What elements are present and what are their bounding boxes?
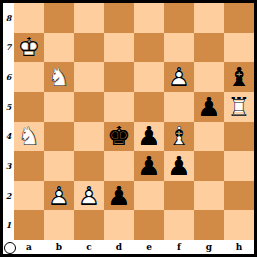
black-pawn[interactable]: ♟♙: [134, 122, 164, 152]
square-f7[interactable]: [164, 33, 194, 63]
square-d7[interactable]: [104, 33, 134, 63]
square-a2[interactable]: [14, 181, 44, 211]
rank-label-5: 5: [3, 92, 14, 122]
rank-labels: 87654321: [3, 3, 14, 240]
square-f2[interactable]: [164, 181, 194, 211]
square-h4[interactable]: [224, 122, 254, 152]
square-b7[interactable]: [44, 33, 74, 63]
square-a7[interactable]: ♚♔: [14, 33, 44, 63]
square-e2[interactable]: [134, 181, 164, 211]
square-d2[interactable]: ♟♙: [104, 181, 134, 211]
black-pawn[interactable]: ♟♙: [104, 181, 134, 211]
file-label-a: a: [14, 240, 44, 254]
square-g1[interactable]: [194, 210, 224, 240]
square-f1[interactable]: [164, 210, 194, 240]
square-c7[interactable]: [74, 33, 104, 63]
white-rook[interactable]: ♜♖: [224, 92, 254, 122]
file-label-c: c: [74, 240, 104, 254]
square-b8[interactable]: [44, 3, 74, 33]
black-king[interactable]: ♚♔: [104, 122, 134, 152]
white-king[interactable]: ♚♔: [14, 33, 44, 63]
square-d4[interactable]: ♚♔: [104, 122, 134, 152]
square-b1[interactable]: [44, 210, 74, 240]
square-h1[interactable]: [224, 210, 254, 240]
square-b6[interactable]: ♞♘: [44, 62, 74, 92]
square-g8[interactable]: [194, 3, 224, 33]
white-pawn[interactable]: ♟♙: [74, 181, 104, 211]
rank-label-7: 7: [3, 33, 14, 63]
square-h5[interactable]: ♜♖: [224, 92, 254, 122]
rank-label-3: 3: [3, 151, 14, 181]
square-c3[interactable]: [74, 151, 104, 181]
square-h6[interactable]: ♝♗: [224, 62, 254, 92]
black-pawn[interactable]: ♟♙: [164, 151, 194, 181]
black-pawn[interactable]: ♟♙: [194, 92, 224, 122]
square-c1[interactable]: [74, 210, 104, 240]
white-pawn[interactable]: ♟♙: [44, 181, 74, 211]
square-e4[interactable]: ♟♙: [134, 122, 164, 152]
square-c6[interactable]: [74, 62, 104, 92]
square-b2[interactable]: ♟♙: [44, 181, 74, 211]
square-b3[interactable]: [44, 151, 74, 181]
square-f8[interactable]: [164, 3, 194, 33]
square-f6[interactable]: ♟♙: [164, 62, 194, 92]
board: ♚♔♞♘♟♙♝♗♟♙♜♖♞♘♚♔♟♙♝♗♟♙♟♙♟♙♟♙♟♙: [14, 3, 254, 240]
chess-diagram-frame: 87654321 ♚♔♞♘♟♙♝♗♟♙♜♖♞♘♚♔♟♙♝♗♟♙♟♙♟♙♟♙♟♙ …: [0, 0, 257, 257]
white-knight[interactable]: ♞♘: [44, 62, 74, 92]
rank-label-4: 4: [3, 122, 14, 152]
square-h7[interactable]: [224, 33, 254, 63]
square-c2[interactable]: ♟♙: [74, 181, 104, 211]
file-label-g: g: [194, 240, 224, 254]
rank-label-8: 8: [3, 3, 14, 33]
square-f4[interactable]: ♝♗: [164, 122, 194, 152]
square-a3[interactable]: [14, 151, 44, 181]
square-f3[interactable]: ♟♙: [164, 151, 194, 181]
white-to-move-indicator-icon: [4, 242, 16, 254]
square-a1[interactable]: [14, 210, 44, 240]
square-g2[interactable]: [194, 181, 224, 211]
square-e3[interactable]: ♟♙: [134, 151, 164, 181]
square-g6[interactable]: [194, 62, 224, 92]
square-e8[interactable]: [134, 3, 164, 33]
file-label-b: b: [44, 240, 74, 254]
file-label-h: h: [224, 240, 254, 254]
square-a6[interactable]: [14, 62, 44, 92]
square-e7[interactable]: [134, 33, 164, 63]
square-e6[interactable]: [134, 62, 164, 92]
square-f5[interactable]: [164, 92, 194, 122]
file-labels: abcdefgh: [14, 240, 254, 254]
black-bishop[interactable]: ♝♗: [224, 62, 254, 92]
square-g3[interactable]: [194, 151, 224, 181]
white-pawn[interactable]: ♟♙: [164, 62, 194, 92]
black-pawn[interactable]: ♟♙: [134, 151, 164, 181]
square-d6[interactable]: [104, 62, 134, 92]
square-e5[interactable]: [134, 92, 164, 122]
square-d3[interactable]: [104, 151, 134, 181]
square-d8[interactable]: [104, 3, 134, 33]
square-a5[interactable]: [14, 92, 44, 122]
square-h3[interactable]: [224, 151, 254, 181]
square-a8[interactable]: [14, 3, 44, 33]
file-label-e: e: [134, 240, 164, 254]
rank-label-1: 1: [3, 210, 14, 240]
file-label-f: f: [164, 240, 194, 254]
square-h2[interactable]: [224, 181, 254, 211]
square-a4[interactable]: ♞♘: [14, 122, 44, 152]
file-label-d: d: [104, 240, 134, 254]
square-g4[interactable]: [194, 122, 224, 152]
square-c8[interactable]: [74, 3, 104, 33]
rank-label-2: 2: [3, 181, 14, 211]
square-d5[interactable]: [104, 92, 134, 122]
diagram-inner: 87654321 ♚♔♞♘♟♙♝♗♟♙♜♖♞♘♚♔♟♙♝♗♟♙♟♙♟♙♟♙♟♙ …: [3, 3, 254, 254]
square-d1[interactable]: [104, 210, 134, 240]
square-b4[interactable]: [44, 122, 74, 152]
square-b5[interactable]: [44, 92, 74, 122]
square-c5[interactable]: [74, 92, 104, 122]
rank-label-6: 6: [3, 62, 14, 92]
square-g5[interactable]: ♟♙: [194, 92, 224, 122]
white-bishop[interactable]: ♝♗: [164, 122, 194, 152]
white-knight[interactable]: ♞♘: [14, 122, 44, 152]
square-h8[interactable]: [224, 3, 254, 33]
square-e1[interactable]: [134, 210, 164, 240]
square-g7[interactable]: [194, 33, 224, 63]
square-c4[interactable]: [74, 122, 104, 152]
